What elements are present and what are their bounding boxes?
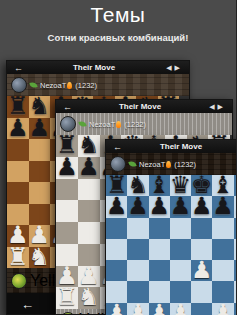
leaf-icon	[128, 160, 136, 168]
square-f4[interactable]	[212, 260, 233, 281]
piece-black-pawn: ♟	[233, 195, 236, 217]
square-c4[interactable]	[149, 260, 170, 281]
themes-promo-screen: Темы Сотни красивых комбинаций! ← Their …	[0, 0, 236, 315]
piece-white-pawn: ♟	[212, 302, 233, 315]
next-icon[interactable]: ▶	[175, 64, 183, 71]
move-header: ← Their Move ◀▶	[106, 140, 236, 153]
square-a7[interactable]: ♟	[106, 196, 127, 217]
opponent-avatar	[110, 156, 126, 172]
opponent-name: NezoaT (1232)	[40, 81, 97, 90]
chess-board-blue: ♜♞♝♛♚♝♞♜♟♟♟♟♟♟♟♟♟♟♟♟♟♟♟♟♜♞♝♛♚♝♞♜	[106, 175, 236, 315]
square-b8[interactable]: ♞	[127, 175, 148, 196]
square-b5[interactable]	[127, 239, 148, 260]
move-header: ← Their Move ◀▶	[56, 100, 232, 113]
square-a2[interactable]: ♟	[56, 266, 78, 288]
nav-arrows[interactable]: ◀▶	[159, 64, 189, 72]
piece-white-pawn: ♟	[170, 302, 191, 315]
square-f2[interactable]: ♟	[212, 303, 233, 315]
piece-black-knight: ♞	[233, 174, 236, 196]
piece-black-bishop: ♝	[148, 174, 169, 196]
leaf-icon	[78, 120, 86, 128]
flame-icon	[166, 161, 171, 168]
square-b3[interactable]	[127, 281, 148, 302]
square-a4[interactable]	[56, 222, 78, 244]
square-a8[interactable]: ♜	[56, 135, 78, 157]
square-b1[interactable]: ♞	[29, 247, 51, 269]
square-a8[interactable]: ♜	[106, 175, 127, 196]
their-move-title: Their Move	[29, 63, 159, 72]
opponent-row: NezoaT (1232)	[106, 153, 236, 175]
square-b2[interactable]: ♟	[78, 266, 100, 288]
square-g2[interactable]: ♟	[234, 303, 237, 315]
piece-black-knight: ♞	[127, 174, 148, 196]
piece-white-rook: ♜	[7, 246, 29, 268]
bottom-back-icon[interactable]: ←	[7, 297, 34, 312]
piece-black-pawn: ♟	[106, 195, 127, 217]
piece-black-pawn: ♟	[170, 195, 191, 217]
page-title: Темы	[0, 3, 236, 27]
theme-card-blue[interactable]: ← Their Move ◀▶ NezoaT (1232) ♜♞♝♛♚♝♞♜♟♟…	[105, 139, 236, 315]
square-d5[interactable]	[170, 239, 191, 260]
square-a6[interactable]	[56, 179, 78, 201]
opponent-avatar	[11, 77, 27, 93]
square-b2[interactable]: ♟	[127, 303, 148, 315]
square-e4[interactable]: ♟	[191, 260, 212, 281]
piece-white-rook: ♜	[56, 286, 78, 309]
square-b7[interactable]: ♟	[127, 196, 148, 217]
square-b8[interactable]: ♞	[78, 135, 100, 157]
square-b5[interactable]	[78, 200, 100, 222]
square-a5[interactable]	[7, 161, 29, 183]
square-c7[interactable]: ♟	[149, 196, 170, 217]
square-d4[interactable]	[170, 260, 191, 281]
square-e7[interactable]: ♟	[191, 196, 212, 217]
back-icon[interactable]: ←	[56, 102, 78, 112]
square-e6[interactable]	[191, 218, 212, 239]
square-e5[interactable]	[191, 239, 212, 260]
opponent-avatar	[60, 116, 76, 132]
square-b8[interactable]: ♞	[29, 96, 51, 118]
square-g8[interactable]: ♞	[234, 175, 237, 196]
square-b6[interactable]	[78, 179, 100, 201]
square-c6[interactable]	[149, 218, 170, 239]
opponent-row: NezoaT (1232)	[56, 113, 232, 135]
square-a1[interactable]: ♜	[7, 247, 29, 269]
square-f7[interactable]: ♟	[212, 196, 233, 217]
square-d8[interactable]: ♛	[170, 175, 191, 196]
nav-arrows[interactable]: ◀▶	[202, 103, 232, 111]
piece-black-pawn: ♟	[212, 195, 233, 217]
square-a3[interactable]	[7, 204, 29, 226]
square-g4[interactable]	[234, 260, 237, 281]
square-g6[interactable]	[234, 218, 237, 239]
piece-white-pawn: ♟	[148, 302, 169, 315]
square-b1[interactable]: ♞	[78, 287, 100, 309]
piece-black-king: ♚	[191, 174, 212, 196]
piece-black-rook: ♜	[106, 174, 127, 196]
page-subtitle: Сотни красивых комбинаций!	[0, 32, 236, 43]
square-d2[interactable]: ♟	[170, 303, 191, 315]
piece-white-knight: ♞	[78, 286, 100, 309]
leaf-icon	[29, 81, 37, 89]
square-b7[interactable]: ♟	[78, 157, 100, 179]
square-a3[interactable]	[56, 244, 78, 266]
piece-black-pawn: ♟	[148, 195, 169, 217]
square-b2[interactable]: ♟	[29, 225, 51, 247]
flame-icon	[67, 82, 72, 89]
square-c5[interactable]	[149, 239, 170, 260]
square-f8[interactable]: ♝	[212, 175, 233, 196]
square-c3[interactable]	[149, 281, 170, 302]
their-move-title: Their Move	[128, 142, 234, 151]
next-icon[interactable]: ▶	[218, 103, 226, 110]
player-avatar	[11, 273, 27, 289]
square-a3[interactable]	[106, 281, 127, 302]
piece-black-knight: ♞	[78, 134, 100, 157]
square-a4[interactable]	[7, 182, 29, 204]
square-d6[interactable]	[170, 218, 191, 239]
square-b6[interactable]	[29, 139, 51, 161]
square-b4[interactable]	[127, 260, 148, 281]
piece-black-bishop: ♝	[212, 174, 233, 196]
prev-icon[interactable]: ◀	[166, 64, 174, 71]
square-e3[interactable]	[191, 281, 212, 302]
piece-black-knight: ♞	[28, 95, 50, 117]
flame-icon	[116, 121, 121, 128]
piece-white-pawn: ♟	[233, 302, 236, 315]
square-a2[interactable]: ♟	[106, 303, 127, 315]
square-a2[interactable]: ♟	[7, 225, 29, 247]
piece-white-pawn: ♟	[56, 265, 78, 288]
piece-black-rook: ♜	[56, 134, 78, 157]
square-a6[interactable]	[106, 218, 127, 239]
square-b3[interactable]	[29, 204, 51, 226]
move-header: ← Their Move ◀▶	[7, 61, 189, 74]
piece-black-rook: ♜	[7, 95, 29, 117]
piece-black-pawn: ♟	[28, 117, 50, 139]
square-c8[interactable]: ♝	[149, 175, 170, 196]
square-a7[interactable]: ♟	[56, 157, 78, 179]
square-g5[interactable]	[234, 239, 237, 260]
square-b5[interactable]	[29, 161, 51, 183]
opponent-name: NezoaT (1232)	[89, 120, 146, 129]
piece-white-pawn: ♟	[28, 224, 50, 246]
square-b4[interactable]	[78, 222, 100, 244]
square-g7[interactable]: ♟	[234, 196, 237, 217]
back-icon[interactable]: ←	[7, 63, 29, 73]
their-move-title: Their Move	[78, 102, 202, 111]
square-a5[interactable]	[56, 200, 78, 222]
square-a4[interactable]	[106, 260, 127, 281]
piece-white-pawn: ♟	[78, 265, 100, 288]
piece-black-pawn: ♟	[7, 117, 29, 139]
opponent-name: NezoaT (1232)	[139, 160, 196, 169]
square-b3[interactable]	[78, 244, 100, 266]
square-c2[interactable]: ♟	[149, 303, 170, 315]
square-d3[interactable]	[170, 281, 191, 302]
piece-white-knight: ♞	[28, 246, 50, 268]
piece-black-pawn: ♟	[78, 156, 100, 179]
square-a8[interactable]: ♜	[7, 96, 29, 118]
square-d7[interactable]: ♟	[170, 196, 191, 217]
nav-arrows[interactable]: ◀▶	[234, 143, 236, 151]
square-e8[interactable]: ♚	[191, 175, 212, 196]
square-f3[interactable]	[212, 281, 233, 302]
piece-black-pawn: ♟	[56, 156, 78, 179]
piece-black-pawn: ♟	[127, 195, 148, 217]
square-f6[interactable]	[212, 218, 233, 239]
piece-white-pawn: ♟	[106, 302, 127, 315]
square-e2[interactable]	[191, 303, 212, 315]
opponent-row: NezoaT (1232)	[7, 74, 189, 96]
square-b6[interactable]	[127, 218, 148, 239]
square-a5[interactable]	[106, 239, 127, 260]
prev-icon[interactable]: ◀	[209, 103, 217, 110]
piece-black-queen: ♛	[170, 174, 191, 196]
piece-white-pawn: ♟	[191, 259, 212, 281]
piece-white-pawn: ♟	[127, 302, 148, 315]
back-icon[interactable]: ←	[106, 142, 128, 152]
square-a6[interactable]	[7, 139, 29, 161]
piece-white-pawn: ♟	[7, 224, 29, 246]
square-g3[interactable]	[234, 281, 237, 302]
square-b4[interactable]	[29, 182, 51, 204]
square-a7[interactable]: ♟	[7, 118, 29, 140]
square-b7[interactable]: ♟	[29, 118, 51, 140]
square-a1[interactable]: ♜	[56, 287, 78, 309]
piece-black-pawn: ♟	[191, 195, 212, 217]
square-f5[interactable]	[212, 239, 233, 260]
